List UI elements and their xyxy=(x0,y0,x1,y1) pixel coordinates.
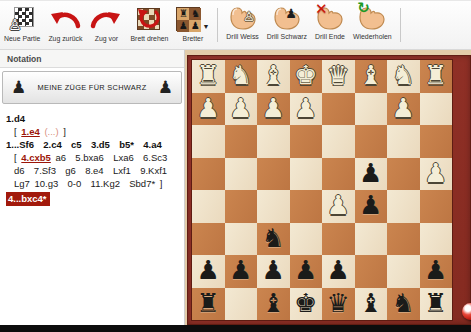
square-e8[interactable]: ♚ xyxy=(290,288,323,321)
chess-drill-window: ♙ Neue Partie Zug zurück Zug vor xyxy=(0,0,471,332)
square-d8[interactable]: ♛ xyxy=(322,288,355,321)
square-f2[interactable]: ♟ xyxy=(257,93,290,126)
square-c4[interactable]: ♟ xyxy=(355,158,388,191)
new-game-button[interactable]: ♙ Neue Partie xyxy=(4,4,40,50)
boards-dropdown-caret[interactable]: ▼ xyxy=(202,23,209,30)
undo-move-red-arrow-icon xyxy=(49,4,81,34)
square-h7[interactable]: ♟ xyxy=(192,255,225,288)
current-move-highlight[interactable]: 4...bxc4* xyxy=(6,192,50,206)
square-b6[interactable] xyxy=(387,223,420,256)
black-b-piece[interactable]: ♝ xyxy=(262,287,285,319)
black-p-piece[interactable]: ♟ xyxy=(262,254,285,286)
redo-move-red-arrow-icon xyxy=(90,4,122,34)
square-c5[interactable]: ♟ xyxy=(355,190,388,223)
black-r-piece[interactable]: ♜ xyxy=(424,287,447,319)
red-x-badge-icon: ✕ xyxy=(315,2,328,17)
square-a4[interactable]: ♟ xyxy=(420,158,453,191)
repeat-arm-icon: ↻ xyxy=(357,4,387,32)
variation-2: [ 4.cxb5 a6 5.bxa6 Lxa6 6.Sc3 d6 7.Sf3 g… xyxy=(14,151,180,190)
square-d5[interactable]: ♟ xyxy=(322,190,355,223)
black-b-piece[interactable]: ♝ xyxy=(359,287,382,319)
white-pawn-badge-icon: ♙ xyxy=(243,10,255,23)
white-r-piece[interactable]: ♜ xyxy=(197,59,220,91)
new-game-label: Neue Partie xyxy=(4,35,40,42)
square-f3[interactable] xyxy=(257,125,290,158)
variation-move-1e4[interactable]: 1.e4 xyxy=(21,126,40,137)
black-pawn-badge-icon: ♟ xyxy=(285,7,297,20)
white-p-piece[interactable]: ♟ xyxy=(392,92,415,124)
square-d3[interactable] xyxy=(322,125,355,158)
square-h4[interactable] xyxy=(192,158,225,191)
square-h5[interactable] xyxy=(192,190,225,223)
white-b-piece[interactable]: ♝ xyxy=(262,59,285,91)
square-f8[interactable]: ♝ xyxy=(257,288,290,321)
square-f7[interactable]: ♟ xyxy=(257,255,290,288)
square-h6[interactable] xyxy=(192,223,225,256)
square-g1[interactable]: ♞ xyxy=(225,60,258,93)
square-g8[interactable] xyxy=(225,288,258,321)
variation-move-4cxb5[interactable]: 4.cxb5 xyxy=(21,152,51,163)
black-p-piece[interactable]: ♟ xyxy=(359,189,382,221)
square-e5[interactable] xyxy=(290,190,323,223)
black-p-piece[interactable]: ♟ xyxy=(359,157,382,189)
white-p-piece[interactable]: ♟ xyxy=(197,92,220,124)
square-c8[interactable]: ♝ xyxy=(355,288,388,321)
square-f4[interactable] xyxy=(257,158,290,191)
variation-ellipsis[interactable]: (...) xyxy=(40,126,59,137)
square-c1[interactable]: ♝ xyxy=(355,60,388,93)
board-container: ♜♞♝♚♛♝♞♜♟♟♟♟♟♟♟♟♟♞♟♟♟♟♟♟♜♝♚♛♝♞♜ xyxy=(185,50,471,325)
toolbar: ♙ Neue Partie Zug zurück Zug vor xyxy=(0,0,471,50)
square-b4[interactable] xyxy=(387,158,420,191)
square-c7[interactable] xyxy=(355,255,388,288)
white-p-piece[interactable]: ♟ xyxy=(424,157,447,189)
square-g5[interactable] xyxy=(225,190,258,223)
green-repeat-badge-icon: ↻ xyxy=(357,1,370,16)
square-a7[interactable]: ♟ xyxy=(420,255,453,288)
white-n-piece[interactable]: ♞ xyxy=(392,59,415,91)
black-p-piece[interactable]: ♟ xyxy=(424,254,447,286)
window-bottom-edge xyxy=(0,325,471,332)
square-d1[interactable]: ♛ xyxy=(322,60,355,93)
black-n-piece[interactable]: ♞ xyxy=(262,222,285,254)
white-p-piece[interactable]: ♟ xyxy=(262,92,285,124)
move-main-2[interactable]: 1...Sf6 2.c4 c5 3.d5 b5* 4.a4 xyxy=(6,138,180,151)
white-r-piece[interactable]: ♜ xyxy=(424,59,447,91)
square-g2[interactable]: ♟ xyxy=(225,93,258,126)
square-g7[interactable]: ♟ xyxy=(225,255,258,288)
square-d6[interactable] xyxy=(322,223,355,256)
square-a8[interactable]: ♜ xyxy=(420,288,453,321)
black-q-piece[interactable]: ♛ xyxy=(327,287,350,319)
black-n-piece[interactable]: ♞ xyxy=(392,287,415,319)
variation-1: [ 1.e4 (...) ] xyxy=(14,125,180,138)
white-n-piece[interactable]: ♞ xyxy=(229,59,252,91)
notation-panel-header: Notation xyxy=(0,50,184,68)
drill-end-button[interactable]: ✕ Drill Ende xyxy=(315,4,345,50)
square-f5[interactable] xyxy=(257,190,290,223)
square-e6[interactable] xyxy=(290,223,323,256)
square-e4[interactable] xyxy=(290,158,323,191)
square-f1[interactable]: ♝ xyxy=(257,60,290,93)
drill-white-arm-icon: ♙ xyxy=(228,4,258,32)
white-p-piece[interactable]: ♟ xyxy=(327,189,350,221)
banner-text: MEINE ZÜGE FÜR SCHWARZ xyxy=(38,83,147,92)
square-d7[interactable]: ♟ xyxy=(322,255,355,288)
black-pawn-icon: ♟ xyxy=(158,79,173,96)
white-b-piece[interactable]: ♝ xyxy=(359,59,382,91)
square-c3[interactable] xyxy=(355,125,388,158)
drill-white-label: Drill Weiss xyxy=(226,33,258,40)
flip-board-icon xyxy=(136,6,162,32)
square-b3[interactable] xyxy=(387,125,420,158)
flip-board-button[interactable]: Brett drehen xyxy=(130,4,168,50)
square-g4[interactable] xyxy=(225,158,258,191)
square-g3[interactable] xyxy=(225,125,258,158)
square-d2[interactable] xyxy=(322,93,355,126)
new-game-board-icon: ♙ xyxy=(10,7,34,31)
drill-white-button[interactable]: ♙ Drill Weiss xyxy=(226,4,258,50)
square-a2[interactable] xyxy=(420,93,453,126)
square-e2[interactable]: ♟ xyxy=(290,93,323,126)
square-b7[interactable] xyxy=(387,255,420,288)
black-p-piece[interactable]: ♟ xyxy=(229,254,252,286)
drill-black-button[interactable]: ♟ Drill Schwarz xyxy=(267,4,307,50)
black-p-piece[interactable]: ♟ xyxy=(327,254,350,286)
toolbar-separator xyxy=(400,8,401,42)
repeat-label: Wiederholen xyxy=(353,33,392,40)
square-c2[interactable] xyxy=(355,93,388,126)
square-h8[interactable]: ♜ xyxy=(192,288,225,321)
square-h2[interactable]: ♟ xyxy=(192,93,225,126)
move-forward-label: Zug vor xyxy=(95,35,118,42)
boards-icon: ♜♞♟♟ xyxy=(176,7,200,31)
move-list: 1.d4 [ 1.e4 (...) ] 1...Sf6 2.c4 c5 3.d5… xyxy=(0,106,184,206)
square-c6[interactable] xyxy=(355,223,388,256)
white-q-piece[interactable]: ♛ xyxy=(327,59,350,91)
board-squares: ♜♞♝♚♛♝♞♜♟♟♟♟♟♟♟♟♟♞♟♟♟♟♟♟♜♝♚♛♝♞♜ xyxy=(192,60,452,320)
white-p-piece[interactable]: ♟ xyxy=(294,92,317,124)
square-e1[interactable]: ♚ xyxy=(290,60,323,93)
move-back-label: Zug zurück xyxy=(48,35,82,42)
square-f6[interactable]: ♞ xyxy=(257,223,290,256)
square-a3[interactable] xyxy=(420,125,453,158)
square-b8[interactable]: ♞ xyxy=(387,288,420,321)
square-b2[interactable]: ♟ xyxy=(387,93,420,126)
square-e7[interactable]: ♟ xyxy=(290,255,323,288)
my-moves-for-black-banner: ♟ MEINE ZÜGE FÜR SCHWARZ ♟ xyxy=(2,71,182,104)
drill-end-label: Drill Ende xyxy=(315,33,345,40)
repeat-button[interactable]: ↻ Wiederholen xyxy=(353,4,392,50)
flip-board-label: Brett drehen xyxy=(130,35,168,42)
black-r-piece[interactable]: ♜ xyxy=(197,287,220,319)
square-h1[interactable]: ♜ xyxy=(192,60,225,93)
square-a1[interactable]: ♜ xyxy=(420,60,453,93)
black-pawn-icon: ♟ xyxy=(11,79,26,96)
drill-black-arm-icon: ♟ xyxy=(272,4,302,32)
notation-panel: Notation ♟ MEINE ZÜGE FÜR SCHWARZ ♟ 1.d4… xyxy=(0,50,185,325)
square-b5[interactable] xyxy=(387,190,420,223)
boards-label: Bretter xyxy=(183,35,204,42)
square-e3[interactable] xyxy=(290,125,323,158)
move-back-button[interactable]: Zug zurück xyxy=(48,4,82,50)
move-main-1[interactable]: 1.d4 xyxy=(6,112,180,125)
white-k-piece[interactable]: ♚ xyxy=(294,59,317,91)
black-p-piece[interactable]: ♟ xyxy=(197,254,220,286)
drill-end-arm-icon: ✕ xyxy=(315,4,345,32)
drill-black-label: Drill Schwarz xyxy=(267,33,307,40)
toolbar-separator xyxy=(217,8,218,42)
boards-button[interactable]: ♜♞♟♟ ▼ Bretter xyxy=(176,4,209,50)
move-forward-button[interactable]: Zug vor xyxy=(90,4,122,50)
white-p-piece[interactable]: ♟ xyxy=(229,92,252,124)
square-d4[interactable] xyxy=(322,158,355,191)
notation-title: Notation xyxy=(7,54,41,64)
square-a5[interactable] xyxy=(420,190,453,223)
square-g6[interactable] xyxy=(225,223,258,256)
black-p-piece[interactable]: ♟ xyxy=(294,254,317,286)
square-h3[interactable] xyxy=(192,125,225,158)
square-b1[interactable]: ♞ xyxy=(387,60,420,93)
black-k-piece[interactable]: ♚ xyxy=(294,287,317,319)
square-a6[interactable] xyxy=(420,223,453,256)
